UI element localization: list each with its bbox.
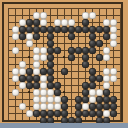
stone-white[interactable] — [33, 47, 40, 54]
stone-black[interactable] — [82, 47, 89, 54]
stone-white[interactable] — [12, 68, 19, 75]
stone-black[interactable] — [61, 96, 68, 103]
stone-white[interactable] — [19, 68, 26, 75]
stone-white[interactable] — [40, 82, 47, 89]
stone-black[interactable] — [40, 110, 47, 117]
stone-black[interactable] — [61, 103, 68, 110]
stone-black[interactable] — [61, 110, 68, 117]
stone-black[interactable] — [33, 110, 40, 117]
stone-black[interactable] — [96, 40, 103, 47]
stone-black[interactable] — [33, 82, 40, 89]
stone-black[interactable] — [89, 26, 96, 33]
stone-white[interactable] — [103, 75, 110, 82]
stone-white[interactable] — [103, 54, 110, 61]
stone-white[interactable] — [33, 89, 40, 96]
stone-white[interactable] — [33, 96, 40, 103]
stone-black[interactable] — [54, 89, 61, 96]
stone-black[interactable] — [82, 19, 89, 26]
stone-white[interactable] — [82, 12, 89, 19]
stone-white[interactable] — [89, 96, 96, 103]
stone-black[interactable] — [103, 96, 110, 103]
stone-white[interactable] — [47, 96, 54, 103]
stone-white[interactable] — [40, 103, 47, 110]
go-app — [0, 0, 128, 128]
stone-white[interactable] — [110, 68, 117, 75]
stone-black[interactable] — [26, 82, 33, 89]
stone-black[interactable] — [75, 26, 82, 33]
stone-black[interactable] — [68, 26, 75, 33]
stone-black[interactable] — [82, 61, 89, 68]
stone-black[interactable] — [96, 54, 103, 61]
stone-white[interactable] — [19, 61, 26, 68]
stone-white[interactable] — [68, 19, 75, 26]
stone-black[interactable] — [82, 89, 89, 96]
stone-white[interactable] — [40, 47, 47, 54]
stone-white[interactable] — [103, 68, 110, 75]
stone-black[interactable] — [54, 26, 61, 33]
stone-white[interactable] — [40, 19, 47, 26]
stone-white[interactable] — [33, 12, 40, 19]
stone-white[interactable] — [110, 19, 117, 26]
stone-black[interactable] — [89, 68, 96, 75]
stone-black[interactable] — [110, 96, 117, 103]
go-board[interactable] — [0, 0, 128, 124]
stone-white[interactable] — [19, 19, 26, 26]
stone-black[interactable] — [47, 47, 54, 54]
stone-black[interactable] — [47, 110, 54, 117]
stone-black[interactable] — [96, 103, 103, 110]
stone-black[interactable] — [89, 33, 96, 40]
stone-black[interactable] — [75, 110, 82, 117]
stone-black[interactable] — [82, 110, 89, 117]
stone-black[interactable] — [103, 103, 110, 110]
stone-white[interactable] — [19, 82, 26, 89]
stone-white[interactable] — [26, 33, 33, 40]
stone-black[interactable] — [82, 54, 89, 61]
stone-black[interactable] — [61, 68, 68, 75]
stone-white[interactable] — [103, 19, 110, 26]
stone-black[interactable] — [19, 75, 26, 82]
stone-black[interactable] — [47, 26, 54, 33]
stone-white[interactable] — [110, 75, 117, 82]
stone-black[interactable] — [103, 89, 110, 96]
stone-black[interactable] — [26, 19, 33, 26]
stone-black[interactable] — [82, 82, 89, 89]
stone-black[interactable] — [103, 26, 110, 33]
stone-black[interactable] — [89, 82, 96, 89]
stone-white[interactable] — [96, 89, 103, 96]
stone-black[interactable] — [96, 96, 103, 103]
star-point — [63, 56, 65, 58]
stone-black[interactable] — [19, 33, 26, 40]
stone-white[interactable] — [40, 96, 47, 103]
stone-white[interactable] — [26, 110, 33, 117]
stone-black[interactable] — [47, 75, 54, 82]
stone-black[interactable] — [96, 75, 103, 82]
stone-white[interactable] — [54, 19, 61, 26]
stone-white[interactable] — [47, 89, 54, 96]
stone-black[interactable] — [33, 26, 40, 33]
stone-black[interactable] — [54, 82, 61, 89]
stone-white[interactable] — [19, 103, 26, 110]
stone-black[interactable] — [40, 68, 47, 75]
stone-black[interactable] — [96, 26, 103, 33]
stone-white[interactable] — [12, 75, 19, 82]
star-point — [28, 91, 30, 93]
star-point — [28, 56, 30, 58]
stone-black[interactable] — [89, 75, 96, 82]
stone-black[interactable] — [89, 40, 96, 47]
bottom-panel — [0, 123, 128, 128]
stone-black[interactable] — [47, 61, 54, 68]
stone-white[interactable] — [40, 89, 47, 96]
stone-white[interactable] — [103, 110, 110, 117]
stone-black[interactable] — [89, 103, 96, 110]
stone-white[interactable] — [89, 12, 96, 19]
stone-white[interactable] — [12, 89, 19, 96]
stone-black[interactable] — [33, 33, 40, 40]
stone-black[interactable] — [33, 19, 40, 26]
stone-black[interactable] — [103, 33, 110, 40]
stone-white[interactable] — [54, 103, 61, 110]
stone-white[interactable] — [33, 68, 40, 75]
stone-white[interactable] — [40, 12, 47, 19]
star-point — [63, 91, 65, 93]
stone-white[interactable] — [40, 75, 47, 82]
stone-black[interactable] — [61, 26, 68, 33]
stone-black[interactable] — [68, 47, 75, 54]
stone-white[interactable] — [33, 61, 40, 68]
stone-black[interactable] — [54, 47, 61, 54]
stone-black[interactable] — [110, 103, 117, 110]
stone-black[interactable] — [89, 47, 96, 54]
stone-white[interactable] — [33, 103, 40, 110]
stone-black[interactable] — [75, 96, 82, 103]
stone-white[interactable] — [33, 54, 40, 61]
stone-black[interactable] — [47, 54, 54, 61]
stone-black[interactable] — [26, 68, 33, 75]
stone-black[interactable] — [82, 26, 89, 33]
stone-white[interactable] — [40, 54, 47, 61]
stone-white[interactable] — [54, 96, 61, 103]
stone-white[interactable] — [103, 47, 110, 54]
stone-white[interactable] — [103, 82, 110, 89]
stone-black[interactable] — [110, 110, 117, 117]
stone-white[interactable] — [110, 26, 117, 33]
stone-white[interactable] — [110, 40, 117, 47]
stone-black[interactable] — [40, 26, 47, 33]
stone-black[interactable] — [26, 75, 33, 82]
stone-white[interactable] — [47, 103, 54, 110]
stone-white[interactable] — [82, 103, 89, 110]
stone-black[interactable] — [47, 82, 54, 89]
stone-black[interactable] — [19, 26, 26, 33]
stone-white[interactable] — [12, 47, 19, 54]
stone-black[interactable] — [47, 33, 54, 40]
stone-black[interactable] — [82, 96, 89, 103]
stone-black[interactable] — [54, 110, 61, 117]
stone-white[interactable] — [61, 19, 68, 26]
stone-black[interactable] — [68, 54, 75, 61]
stone-black[interactable] — [33, 75, 40, 82]
stone-white[interactable] — [26, 40, 33, 47]
stone-black[interactable] — [75, 47, 82, 54]
stone-white[interactable] — [110, 33, 117, 40]
stone-black[interactable] — [89, 110, 96, 117]
stone-black[interactable] — [47, 40, 54, 47]
stone-black[interactable] — [96, 110, 103, 117]
stone-black[interactable] — [75, 103, 82, 110]
stone-white[interactable] — [12, 33, 19, 40]
stone-black[interactable] — [26, 26, 33, 33]
stone-white[interactable] — [89, 89, 96, 96]
stone-white[interactable] — [12, 26, 19, 33]
stone-black[interactable] — [68, 33, 75, 40]
stone-black[interactable] — [47, 68, 54, 75]
